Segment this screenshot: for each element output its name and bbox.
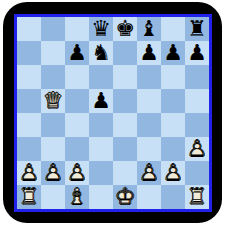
square-g8[interactable] xyxy=(161,17,185,41)
square-h6[interactable] xyxy=(185,65,209,89)
piece-white-king-e1[interactable]: ♚♔ xyxy=(113,185,137,209)
black-bishop-glyph: ♝ xyxy=(137,17,161,41)
square-h4[interactable] xyxy=(185,113,209,137)
square-g5[interactable] xyxy=(161,89,185,113)
square-c2[interactable]: ♟♙ xyxy=(65,161,89,185)
square-d3[interactable] xyxy=(89,137,113,161)
square-e4[interactable] xyxy=(113,113,137,137)
square-b6[interactable] xyxy=(41,65,65,89)
chess-board: ♛♚♝♜♟♞♟♟♟♛♕♟♟♙♟♙♟♙♟♙♟♙♟♙♜♖♝♗♚♔♜♖ xyxy=(14,14,212,212)
square-b4[interactable] xyxy=(41,113,65,137)
square-c8[interactable] xyxy=(65,17,89,41)
piece-black-pawn-d5[interactable]: ♟ xyxy=(89,89,113,113)
black-king-glyph: ♚ xyxy=(113,17,137,41)
square-c4[interactable] xyxy=(65,113,89,137)
piece-black-rook-h8[interactable]: ♜ xyxy=(185,17,209,41)
white-rook-outline-glyph: ♖ xyxy=(17,185,41,209)
square-b8[interactable] xyxy=(41,17,65,41)
piece-white-pawn-g2[interactable]: ♟♙ xyxy=(161,161,185,185)
square-b7[interactable] xyxy=(41,41,65,65)
square-g6[interactable] xyxy=(161,65,185,89)
white-king-outline-glyph: ♔ xyxy=(113,185,137,209)
square-g4[interactable] xyxy=(161,113,185,137)
piece-black-pawn-g7[interactable]: ♟ xyxy=(161,41,185,65)
square-h3[interactable]: ♟♙ xyxy=(185,137,209,161)
black-pawn-glyph: ♟ xyxy=(89,89,113,113)
square-e2[interactable] xyxy=(113,161,137,185)
square-a8[interactable] xyxy=(17,17,41,41)
square-c1[interactable]: ♝♗ xyxy=(65,185,89,209)
square-h1[interactable]: ♜♖ xyxy=(185,185,209,209)
square-g7[interactable]: ♟ xyxy=(161,41,185,65)
square-b2[interactable]: ♟♙ xyxy=(41,161,65,185)
white-pawn-outline-glyph: ♙ xyxy=(65,161,89,185)
piece-black-king-e8[interactable]: ♚ xyxy=(113,17,137,41)
square-f6[interactable] xyxy=(137,65,161,89)
square-d5[interactable]: ♟ xyxy=(89,89,113,113)
square-c5[interactable] xyxy=(65,89,89,113)
black-knight-glyph: ♞ xyxy=(89,41,113,65)
square-c3[interactable] xyxy=(65,137,89,161)
square-h2[interactable] xyxy=(185,161,209,185)
square-d1[interactable] xyxy=(89,185,113,209)
black-pawn-glyph: ♟ xyxy=(161,41,185,65)
square-e6[interactable] xyxy=(113,65,137,89)
piece-black-queen-d8[interactable]: ♛ xyxy=(89,17,113,41)
square-h8[interactable]: ♜ xyxy=(185,17,209,41)
black-pawn-glyph: ♟ xyxy=(185,41,209,65)
square-e3[interactable] xyxy=(113,137,137,161)
piece-white-rook-h1[interactable]: ♜♖ xyxy=(185,185,209,209)
piece-black-pawn-h7[interactable]: ♟ xyxy=(185,41,209,65)
square-f8[interactable]: ♝ xyxy=(137,17,161,41)
black-queen-glyph: ♛ xyxy=(89,17,113,41)
square-a2[interactable]: ♟♙ xyxy=(17,161,41,185)
white-pawn-outline-glyph: ♙ xyxy=(137,161,161,185)
square-e5[interactable] xyxy=(113,89,137,113)
white-bishop-outline-glyph: ♗ xyxy=(65,185,89,209)
black-pawn-glyph: ♟ xyxy=(137,41,161,65)
piece-white-pawn-c2[interactable]: ♟♙ xyxy=(65,161,89,185)
piece-white-rook-a1[interactable]: ♜♖ xyxy=(17,185,41,209)
square-d2[interactable] xyxy=(89,161,113,185)
black-rook-glyph: ♜ xyxy=(185,17,209,41)
white-pawn-outline-glyph: ♙ xyxy=(161,161,185,185)
square-g3[interactable] xyxy=(161,137,185,161)
piece-black-bishop-f8[interactable]: ♝ xyxy=(137,17,161,41)
piece-black-pawn-c7[interactable]: ♟ xyxy=(65,41,89,65)
white-pawn-outline-glyph: ♙ xyxy=(17,161,41,185)
square-b1[interactable] xyxy=(41,185,65,209)
piece-white-queen-b5[interactable]: ♛♕ xyxy=(41,89,65,113)
square-e7[interactable] xyxy=(113,41,137,65)
square-f5[interactable] xyxy=(137,89,161,113)
square-c6[interactable] xyxy=(65,65,89,89)
square-d7[interactable]: ♞ xyxy=(89,41,113,65)
square-d8[interactable]: ♛ xyxy=(89,17,113,41)
square-g2[interactable]: ♟♙ xyxy=(161,161,185,185)
square-f7[interactable]: ♟ xyxy=(137,41,161,65)
square-f1[interactable] xyxy=(137,185,161,209)
square-a7[interactable] xyxy=(17,41,41,65)
square-a1[interactable]: ♜♖ xyxy=(17,185,41,209)
square-d6[interactable] xyxy=(89,65,113,89)
white-pawn-outline-glyph: ♙ xyxy=(185,137,209,161)
square-f2[interactable]: ♟♙ xyxy=(137,161,161,185)
square-b3[interactable] xyxy=(41,137,65,161)
square-g1[interactable] xyxy=(161,185,185,209)
square-a3[interactable] xyxy=(17,137,41,161)
square-a4[interactable] xyxy=(17,113,41,137)
square-d4[interactable] xyxy=(89,113,113,137)
white-queen-outline-glyph: ♕ xyxy=(41,89,65,113)
square-e1[interactable]: ♚♔ xyxy=(113,185,137,209)
piece-white-pawn-f2[interactable]: ♟♙ xyxy=(137,161,161,185)
square-h7[interactable]: ♟ xyxy=(185,41,209,65)
white-pawn-outline-glyph: ♙ xyxy=(41,161,65,185)
square-a6[interactable] xyxy=(17,65,41,89)
square-b5[interactable]: ♛♕ xyxy=(41,89,65,113)
square-f4[interactable] xyxy=(137,113,161,137)
white-rook-outline-glyph: ♖ xyxy=(185,185,209,209)
piece-white-bishop-c1[interactable]: ♝♗ xyxy=(65,185,89,209)
square-h5[interactable] xyxy=(185,89,209,113)
square-a5[interactable] xyxy=(17,89,41,113)
piece-white-pawn-b2[interactable]: ♟♙ xyxy=(41,161,65,185)
square-f3[interactable] xyxy=(137,137,161,161)
piece-black-knight-d7[interactable]: ♞ xyxy=(89,41,113,65)
piece-white-pawn-h3[interactable]: ♟♙ xyxy=(185,137,209,161)
piece-black-pawn-f7[interactable]: ♟ xyxy=(137,41,161,65)
square-c7[interactable]: ♟ xyxy=(65,41,89,65)
piece-white-pawn-a2[interactable]: ♟♙ xyxy=(17,161,41,185)
page: ♛♚♝♜♟♞♟♟♟♛♕♟♟♙♟♙♟♙♟♙♟♙♟♙♜♖♝♗♚♔♜♖ xyxy=(0,0,225,225)
black-pawn-glyph: ♟ xyxy=(65,41,89,65)
square-e8[interactable]: ♚ xyxy=(113,17,137,41)
